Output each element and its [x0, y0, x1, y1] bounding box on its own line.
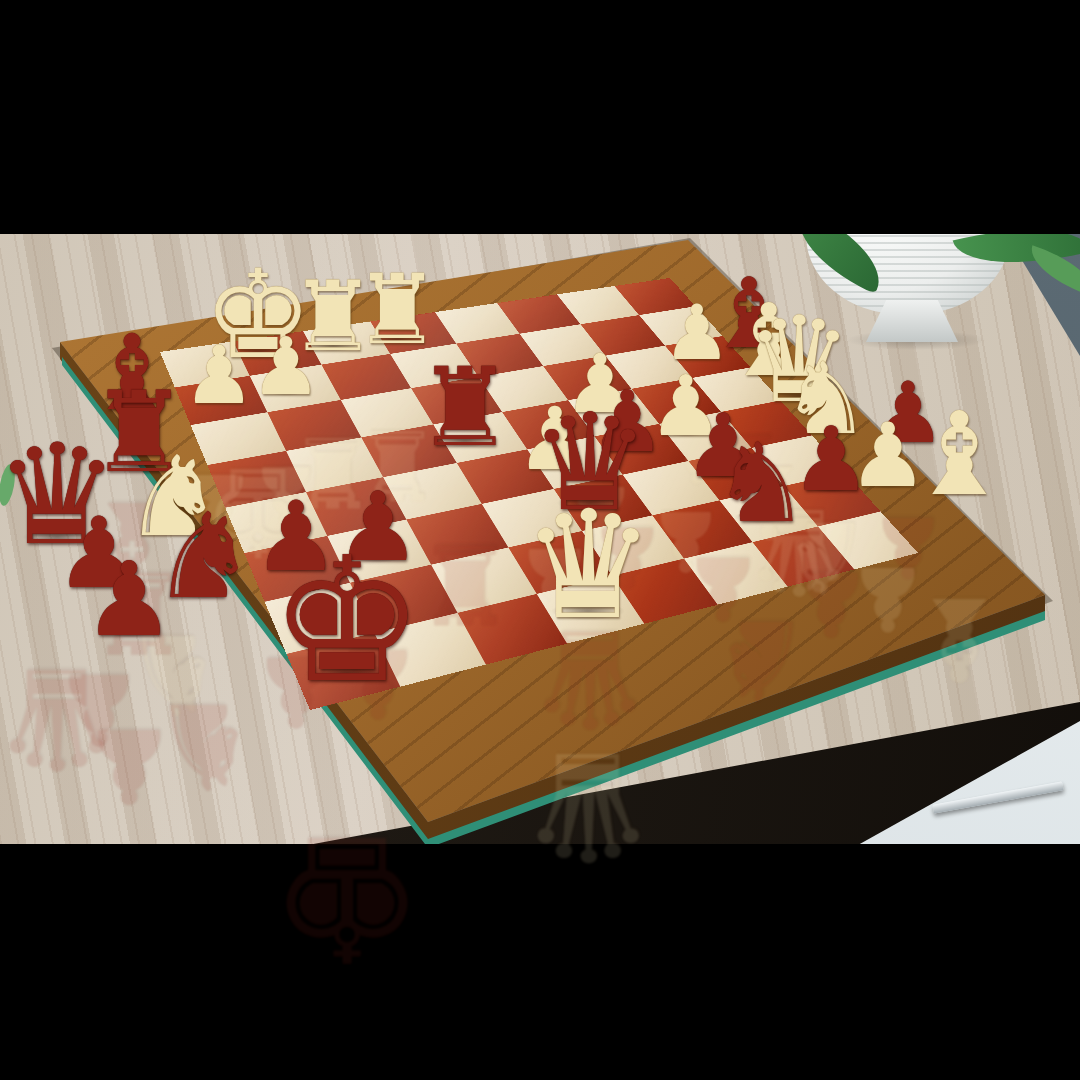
piece-red-pawn-left-table[interactable]: ♟ — [78, 549, 181, 652]
piece-red-rook-d4[interactable]: ♜ — [411, 354, 520, 463]
piece-red-knight-g7[interactable]: ♞ — [706, 429, 816, 539]
piece-white-queen-d8[interactable]: ♛ — [513, 491, 663, 641]
scene: ♚♚♜♜♜♜♟♟♟♟♟♟♟♟♜♜♟♟♟♟♟♟♛♛♟♟♟♟♟♟♞♞♟♟♛♛♚♚♝♝… — [0, 0, 1080, 1080]
piece-red-king-a8[interactable]: ♚ — [261, 535, 433, 707]
letterbox-bottom — [0, 844, 1080, 1080]
letterbox-top — [0, 0, 1080, 234]
piece-white-bishop-right-table[interactable]: ♝ — [902, 397, 1017, 512]
